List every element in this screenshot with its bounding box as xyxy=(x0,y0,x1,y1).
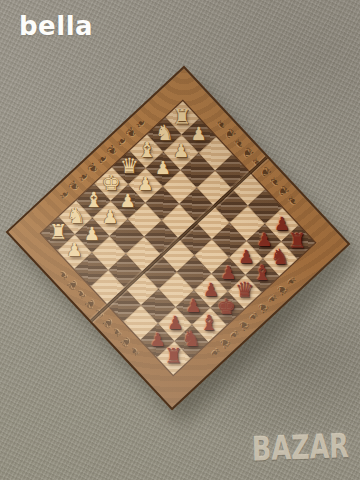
listing-photo[interactable]: bella ❧❦❧❦❧❦❧❦❧ ❧❦❧❦❧❦❧❦❧ ❧❦❧❦❧❦❧❦❧ ❧❦❧❦… xyxy=(0,0,360,480)
white-bishop: ♝ xyxy=(137,140,156,161)
black-king: ♚ xyxy=(218,297,237,318)
white-knight: ♞ xyxy=(66,206,85,227)
white-bishop: ♝ xyxy=(84,189,103,210)
white-pawn: ♟ xyxy=(155,159,171,177)
white-rook: ♜ xyxy=(49,222,68,243)
black-bishop: ♝ xyxy=(200,313,219,334)
black-pawn: ♟ xyxy=(167,314,183,332)
chess-board: ❧❦❧❦❧❦❧❦❧ ❧❦❧❦❧❦❧❦❧ ❧❦❧❦❧❦❧❦❧ ❧❦❧❦❧❦❧❦❧ … xyxy=(6,66,351,411)
bazar-watermark: BAZAR xyxy=(251,426,349,469)
black-pawn: ♟ xyxy=(220,264,236,282)
black-bishop: ♝ xyxy=(253,264,272,285)
black-knight: ♞ xyxy=(271,247,290,268)
white-pawn: ♟ xyxy=(137,175,153,193)
black-pawn: ♟ xyxy=(185,297,201,315)
white-rook: ♜ xyxy=(173,107,192,128)
black-rook: ♜ xyxy=(164,346,183,367)
white-pawn: ♟ xyxy=(84,225,100,243)
white-knight: ♞ xyxy=(155,123,174,144)
white-pawn: ♟ xyxy=(191,126,207,144)
white-pawn: ♟ xyxy=(102,208,118,226)
black-pawn: ♟ xyxy=(149,330,165,348)
bella-logo: bella xyxy=(19,11,93,41)
black-pawn: ♟ xyxy=(238,248,254,266)
white-king: ♚ xyxy=(102,173,121,194)
black-pawn: ♟ xyxy=(256,231,272,249)
white-pawn: ♟ xyxy=(173,142,189,160)
black-knight: ♞ xyxy=(182,330,201,351)
black-queen: ♛ xyxy=(235,280,254,301)
white-pawn: ♟ xyxy=(67,242,83,260)
white-queen: ♛ xyxy=(120,156,139,177)
white-pawn: ♟ xyxy=(120,192,136,210)
black-rook: ♜ xyxy=(289,231,308,252)
